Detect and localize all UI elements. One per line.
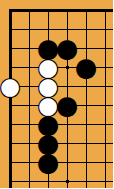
black-stone-d14: ● — [58, 96, 77, 115]
black-stone-e16: ● — [77, 58, 96, 77]
hoshi-point-d10 — [58, 172, 77, 189]
stone-glyph: ● — [77, 57, 96, 76]
white-stone-a15: ●● — [1, 77, 20, 96]
go-board[interactable]: ●●●●●●●●●●●●●●● — [0, 0, 113, 188]
board-grid[interactable]: ●●●●●●●●●●●●●●● — [1, 1, 114, 189]
stone-glyph: ● — [58, 95, 77, 114]
black-stone-d17: ● — [58, 39, 77, 58]
stone-glyph-fill: ● — [1, 76, 20, 95]
black-stone-c11: ● — [39, 153, 58, 172]
stone-glyph: ● — [58, 38, 77, 57]
stone-glyph: ● — [39, 152, 58, 171]
